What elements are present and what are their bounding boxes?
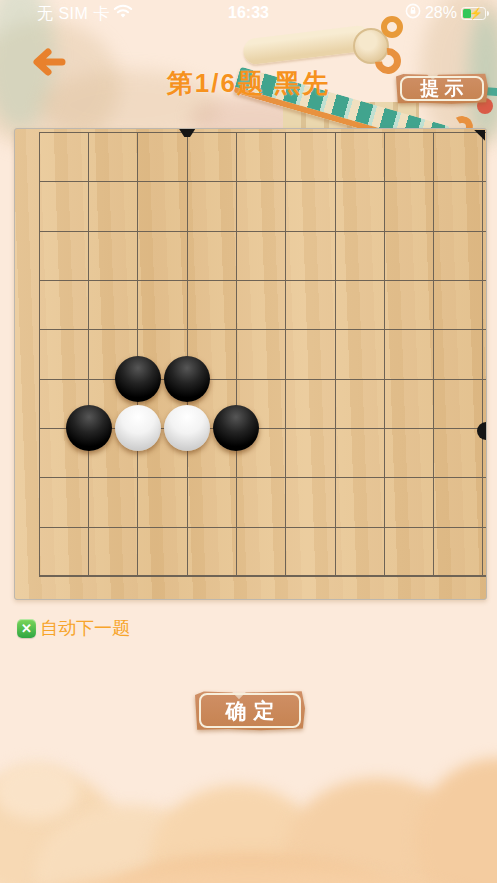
board-intersection[interactable] (360, 453, 409, 502)
board-intersection[interactable] (458, 502, 487, 551)
board-intersection[interactable] (64, 502, 113, 551)
board-intersection[interactable] (409, 305, 458, 354)
board-intersection[interactable] (261, 502, 310, 551)
board-intersection[interactable] (458, 256, 487, 305)
board-intersection[interactable] (212, 207, 261, 256)
cloud-decoration (0, 740, 497, 883)
board-intersection[interactable] (360, 502, 409, 551)
white-stone (164, 405, 210, 451)
black-stone (66, 405, 112, 451)
board-intersection[interactable] (310, 157, 359, 206)
board-intersection[interactable] (310, 207, 359, 256)
board-intersection[interactable] (15, 453, 64, 502)
board-intersection[interactable] (15, 128, 64, 157)
board-intersection[interactable] (64, 157, 113, 206)
board-intersection[interactable] (360, 256, 409, 305)
auto-next-checkbox-icon[interactable]: ✕ (17, 619, 36, 638)
board-grid (15, 128, 487, 600)
board-intersection[interactable] (458, 453, 487, 502)
board-intersection[interactable] (212, 502, 261, 551)
board-intersection[interactable] (212, 354, 261, 403)
board-intersection[interactable] (261, 207, 310, 256)
board-intersection[interactable] (360, 128, 409, 157)
board-intersection[interactable] (15, 256, 64, 305)
black-stone (115, 356, 161, 402)
hint-button[interactable]: 提示 (396, 72, 488, 105)
board-intersection[interactable] (360, 404, 409, 453)
board-intersection[interactable] (409, 552, 458, 600)
board-intersection[interactable] (15, 502, 64, 551)
board-intersection[interactable] (212, 157, 261, 206)
confirm-button-label: 确定 (195, 689, 305, 732)
board-intersection[interactable] (261, 256, 310, 305)
board-intersection[interactable] (15, 305, 64, 354)
black-stone (164, 356, 210, 402)
board-intersection[interactable] (163, 552, 212, 600)
board-intersection[interactable] (360, 207, 409, 256)
board-intersection[interactable] (409, 157, 458, 206)
board-intersection[interactable] (163, 354, 212, 403)
board-intersection[interactable] (15, 207, 64, 256)
board-intersection[interactable] (212, 256, 261, 305)
board-intersection[interactable] (64, 453, 113, 502)
board-intersection[interactable] (64, 256, 113, 305)
board-intersection[interactable] (163, 404, 212, 453)
board-intersection[interactable] (113, 354, 162, 403)
board-intersection[interactable] (261, 305, 310, 354)
board-intersection[interactable] (310, 256, 359, 305)
board-intersection[interactable] (261, 354, 310, 403)
board-intersection[interactable] (64, 207, 113, 256)
board-intersection[interactable] (64, 128, 113, 157)
board-intersection[interactable] (212, 305, 261, 354)
board-intersection[interactable] (458, 552, 487, 600)
board-intersection[interactable] (113, 157, 162, 206)
board-intersection[interactable] (310, 552, 359, 600)
board-intersection[interactable] (310, 128, 359, 157)
board-intersection[interactable] (113, 453, 162, 502)
board-intersection[interactable] (163, 502, 212, 551)
board-intersection[interactable] (113, 305, 162, 354)
board-intersection[interactable] (261, 552, 310, 600)
board-intersection[interactable] (360, 157, 409, 206)
board-intersection[interactable] (212, 453, 261, 502)
board-intersection[interactable] (458, 157, 487, 206)
board-intersection[interactable] (360, 354, 409, 403)
board-intersection[interactable] (212, 404, 261, 453)
board-intersection[interactable] (15, 157, 64, 206)
board-intersection[interactable] (113, 256, 162, 305)
board-intersection[interactable] (113, 404, 162, 453)
auto-next-label: 自动下一题 (40, 616, 130, 640)
board-intersection[interactable] (163, 453, 212, 502)
board-intersection[interactable] (409, 128, 458, 157)
board-intersection[interactable] (409, 256, 458, 305)
board-intersection[interactable] (310, 453, 359, 502)
board-intersection[interactable] (113, 552, 162, 600)
board-intersection[interactable] (64, 354, 113, 403)
board-intersection[interactable] (163, 305, 212, 354)
board-intersection[interactable] (163, 157, 212, 206)
board-intersection[interactable] (409, 207, 458, 256)
board-intersection[interactable] (409, 453, 458, 502)
board-intersection[interactable] (458, 354, 487, 403)
battery-charging-icon: ⚡ (461, 7, 486, 20)
confirm-button[interactable]: 确定 (195, 689, 305, 732)
board-intersection[interactable] (113, 128, 162, 157)
board-intersection[interactable] (163, 256, 212, 305)
board-intersection[interactable] (261, 453, 310, 502)
board-intersection[interactable] (113, 502, 162, 551)
board-intersection[interactable] (409, 404, 458, 453)
board-intersection[interactable] (409, 354, 458, 403)
board-intersection[interactable] (261, 157, 310, 206)
board-intersection[interactable] (15, 404, 64, 453)
board-intersection[interactable] (15, 552, 64, 600)
auto-next-toggle[interactable]: ✕ 自动下一题 (17, 616, 130, 640)
board-intersection[interactable] (409, 502, 458, 551)
board-intersection[interactable] (458, 305, 487, 354)
orientation-lock-icon (405, 3, 421, 23)
board-intersection[interactable] (212, 552, 261, 600)
status-bar: 无 SIM 卡 16:33 28% ⚡ (0, 0, 497, 28)
board-intersection[interactable] (310, 354, 359, 403)
board-intersection[interactable] (458, 207, 487, 256)
battery-percent-label: 28% (425, 4, 457, 22)
board-intersection[interactable] (64, 305, 113, 354)
board-intersection[interactable] (310, 502, 359, 551)
black-stone (213, 405, 259, 451)
app-screen: 无 SIM 卡 16:33 28% ⚡ (0, 0, 497, 883)
board-intersection[interactable] (64, 404, 113, 453)
board-intersection[interactable] (212, 128, 261, 157)
go-board[interactable] (14, 128, 487, 600)
hint-button-label: 提示 (396, 72, 488, 105)
white-stone (115, 405, 161, 451)
board-intersection[interactable] (261, 128, 310, 157)
board-intersection[interactable] (113, 207, 162, 256)
board-intersection[interactable] (261, 404, 310, 453)
board-intersection[interactable] (360, 552, 409, 600)
board-intersection[interactable] (360, 305, 409, 354)
board-intersection[interactable] (310, 305, 359, 354)
board-intersection[interactable] (64, 552, 113, 600)
board-intersection[interactable] (15, 354, 64, 403)
board-intersection[interactable] (310, 404, 359, 453)
board-intersection[interactable] (163, 207, 212, 256)
